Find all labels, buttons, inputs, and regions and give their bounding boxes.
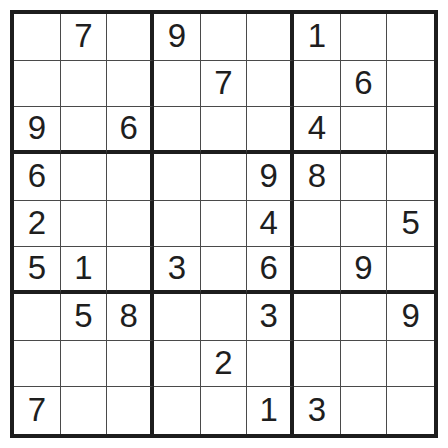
cell-r4c8[interactable] xyxy=(341,154,388,201)
cell-r9c2[interactable] xyxy=(61,387,108,434)
cell-r6c4[interactable]: 3 xyxy=(154,247,201,294)
cell-r5c3[interactable] xyxy=(107,201,154,248)
cell-r6c6[interactable]: 6 xyxy=(247,247,294,294)
cell-r5c6[interactable]: 4 xyxy=(247,201,294,248)
given-digit: 7 xyxy=(74,19,92,52)
cell-r8c9[interactable] xyxy=(387,341,434,388)
cell-r3c1[interactable]: 9 xyxy=(14,107,61,154)
cell-r7c1[interactable] xyxy=(14,294,61,341)
given-digit: 6 xyxy=(354,66,372,99)
cell-r9c8[interactable] xyxy=(341,387,388,434)
cell-r3c9[interactable] xyxy=(387,107,434,154)
cell-r8c5[interactable]: 2 xyxy=(201,341,248,388)
given-digit: 6 xyxy=(259,251,277,284)
cell-r6c9[interactable] xyxy=(387,247,434,294)
cell-r8c4[interactable] xyxy=(154,341,201,388)
cell-r2c9[interactable] xyxy=(387,61,434,108)
cell-r3c8[interactable] xyxy=(341,107,388,154)
given-digit: 2 xyxy=(28,206,46,239)
cell-r7c9[interactable]: 9 xyxy=(387,294,434,341)
cell-r7c6[interactable]: 3 xyxy=(247,294,294,341)
cell-r5c2[interactable] xyxy=(61,201,108,248)
given-digit: 1 xyxy=(308,19,326,52)
cell-r1c1[interactable] xyxy=(14,14,61,61)
cell-r3c6[interactable] xyxy=(247,107,294,154)
cell-r9c5[interactable] xyxy=(201,387,248,434)
cell-r3c4[interactable] xyxy=(154,107,201,154)
sudoku-board: 791769646982455136958392713 xyxy=(10,10,438,438)
cell-r8c3[interactable] xyxy=(107,341,154,388)
cell-r4c6[interactable]: 9 xyxy=(247,154,294,201)
given-digit: 1 xyxy=(74,251,92,284)
given-digit: 9 xyxy=(168,19,186,52)
given-digit: 6 xyxy=(119,111,137,144)
cell-r7c2[interactable]: 5 xyxy=(61,294,108,341)
cell-r2c1[interactable] xyxy=(14,61,61,108)
given-digit: 9 xyxy=(259,159,277,192)
cell-r4c1[interactable]: 6 xyxy=(14,154,61,201)
cell-r9c4[interactable] xyxy=(154,387,201,434)
sudoku-page: 791769646982455136958392713 xyxy=(0,0,448,448)
cell-r4c3[interactable] xyxy=(107,154,154,201)
cell-r1c2[interactable]: 7 xyxy=(61,14,108,61)
cell-r4c2[interactable] xyxy=(61,154,108,201)
given-digit: 9 xyxy=(28,111,46,144)
cell-r1c8[interactable] xyxy=(341,14,388,61)
given-digit: 7 xyxy=(28,393,46,426)
cell-r4c4[interactable] xyxy=(154,154,201,201)
cell-r9c9[interactable] xyxy=(387,387,434,434)
cell-r2c6[interactable] xyxy=(247,61,294,108)
cell-r9c1[interactable]: 7 xyxy=(14,387,61,434)
cell-r7c5[interactable] xyxy=(201,294,248,341)
given-digit: 3 xyxy=(259,299,277,332)
cell-r1c3[interactable] xyxy=(107,14,154,61)
cell-r6c7[interactable] xyxy=(294,247,341,294)
cell-r4c9[interactable] xyxy=(387,154,434,201)
cell-r7c8[interactable] xyxy=(341,294,388,341)
cell-r1c4[interactable]: 9 xyxy=(154,14,201,61)
cell-r2c3[interactable] xyxy=(107,61,154,108)
cell-r6c2[interactable]: 1 xyxy=(61,247,108,294)
cell-r2c4[interactable] xyxy=(154,61,201,108)
given-digit: 9 xyxy=(401,299,419,332)
cell-r6c3[interactable] xyxy=(107,247,154,294)
cell-r8c8[interactable] xyxy=(341,341,388,388)
given-digit: 4 xyxy=(259,206,277,239)
cell-r2c8[interactable]: 6 xyxy=(341,61,388,108)
given-digit: 2 xyxy=(214,346,232,379)
cell-r4c7[interactable]: 8 xyxy=(294,154,341,201)
given-digit: 3 xyxy=(168,251,186,284)
cell-r6c8[interactable]: 9 xyxy=(341,247,388,294)
cell-r8c2[interactable] xyxy=(61,341,108,388)
given-digit: 8 xyxy=(119,299,137,332)
cell-r3c2[interactable] xyxy=(61,107,108,154)
cell-r5c9[interactable]: 5 xyxy=(387,201,434,248)
cell-r5c8[interactable] xyxy=(341,201,388,248)
cell-r2c7[interactable] xyxy=(294,61,341,108)
cell-r6c5[interactable] xyxy=(201,247,248,294)
cell-r1c7[interactable]: 1 xyxy=(294,14,341,61)
given-digit: 9 xyxy=(354,251,372,284)
given-digit: 3 xyxy=(308,393,326,426)
cell-r8c7[interactable] xyxy=(294,341,341,388)
cell-r3c7[interactable]: 4 xyxy=(294,107,341,154)
cell-r6c1[interactable]: 5 xyxy=(14,247,61,294)
given-digit: 7 xyxy=(214,66,232,99)
cell-r4c5[interactable] xyxy=(201,154,248,201)
cell-r9c6[interactable]: 1 xyxy=(247,387,294,434)
given-digit: 6 xyxy=(28,159,46,192)
cell-r5c4[interactable] xyxy=(154,201,201,248)
cell-r9c7[interactable]: 3 xyxy=(294,387,341,434)
given-digit: 1 xyxy=(259,393,277,426)
given-digit: 8 xyxy=(308,159,326,192)
cell-r5c1[interactable]: 2 xyxy=(14,201,61,248)
cell-r7c3[interactable]: 8 xyxy=(107,294,154,341)
given-digit: 5 xyxy=(401,206,419,239)
cell-r9c3[interactable] xyxy=(107,387,154,434)
cell-r7c7[interactable] xyxy=(294,294,341,341)
given-digit: 4 xyxy=(308,111,326,144)
cell-r7c4[interactable] xyxy=(154,294,201,341)
cell-r3c5[interactable] xyxy=(201,107,248,154)
cell-r1c5[interactable] xyxy=(201,14,248,61)
cell-r3c3[interactable]: 6 xyxy=(107,107,154,154)
given-digit: 5 xyxy=(28,251,46,284)
given-digit: 5 xyxy=(74,299,92,332)
cell-r8c6[interactable] xyxy=(247,341,294,388)
cell-r8c1[interactable] xyxy=(14,341,61,388)
cell-r2c5[interactable]: 7 xyxy=(201,61,248,108)
cell-r2c2[interactable] xyxy=(61,61,108,108)
cell-r5c7[interactable] xyxy=(294,201,341,248)
cell-r1c9[interactable] xyxy=(387,14,434,61)
cell-r5c5[interactable] xyxy=(201,201,248,248)
cell-r1c6[interactable] xyxy=(247,14,294,61)
